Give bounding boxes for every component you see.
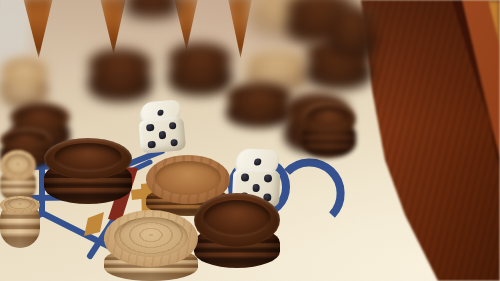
checker-light[interactable] [0,196,40,248]
checker-dish [308,106,350,129]
checker-top [0,196,40,214]
checker-top [104,210,198,267]
checker-dish [114,217,187,256]
die-pip [148,140,156,148]
checker-dish [203,200,270,237]
checker-dish [17,106,64,127]
checker-dish [253,53,301,70]
checker-light[interactable] [0,56,48,108]
die-pip [253,159,261,166]
checker-dark[interactable] [168,42,232,96]
checker-dark[interactable] [328,6,376,58]
checker-dish [5,60,42,82]
checker-dish [4,198,35,211]
checker-top [0,150,36,181]
checker-light[interactable] [0,150,36,202]
checker-dish [155,161,221,195]
checker-dish [54,143,123,171]
checker-top [0,56,48,87]
checker-top [194,193,280,247]
die[interactable] [137,99,186,154]
die-pip [158,131,166,139]
checker-dish [95,52,145,74]
checker-dish [6,131,47,148]
die-front-face [138,116,186,153]
checker-top [44,138,132,179]
checker-dark[interactable] [302,102,356,158]
checker-dish [175,46,225,68]
checker-dark[interactable] [88,48,152,102]
backgammon-photo [0,0,500,281]
checker-dark[interactable] [226,82,292,128]
die-pip [169,122,177,130]
die-pip [252,184,260,192]
die-pip [146,124,154,132]
checker-dish [4,154,32,176]
checker-dish [233,86,285,105]
checker-top [328,6,376,37]
checker-dish [132,0,173,2]
checker-light[interactable] [104,210,198,281]
die-pip [241,174,249,182]
die-pip [170,138,178,146]
checker-top [246,50,308,75]
checker-top [302,102,356,136]
die-pip [157,109,164,116]
die-pip [264,175,272,183]
checker-dish [333,10,370,32]
checker-top [226,82,292,110]
checker-dark[interactable] [126,0,178,18]
checker-dark[interactable] [194,193,280,268]
checker-dark[interactable] [44,138,132,204]
